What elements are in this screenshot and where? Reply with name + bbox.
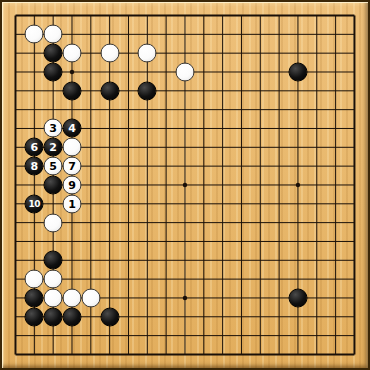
stone-layer: 34628579101 <box>16 16 370 370</box>
move-number-5: 5 <box>49 161 57 172</box>
stone-white-3-7: 3 <box>44 119 63 138</box>
stone-black-3-8: 2 <box>44 138 63 157</box>
stone-white-3-9: 5 <box>44 157 63 176</box>
stone-white-5-16 <box>81 288 100 307</box>
stone-black-3-17 <box>44 307 63 326</box>
stone-black-4-5 <box>62 81 81 100</box>
stone-white-4-16 <box>62 288 81 307</box>
stone-black-2-8: 6 <box>25 138 44 157</box>
stone-white-3-12 <box>44 213 63 232</box>
stone-white-4-8 <box>62 138 81 157</box>
move-number-7: 7 <box>68 161 76 172</box>
stone-black-2-16 <box>25 288 44 307</box>
move-number-4: 4 <box>68 123 76 134</box>
stone-black-6-5 <box>100 81 119 100</box>
stone-black-16-4 <box>288 62 307 81</box>
stone-white-8-3 <box>138 44 157 63</box>
stone-black-3-4 <box>44 62 63 81</box>
stone-black-3-10 <box>44 175 63 194</box>
stone-white-4-10: 9 <box>62 175 81 194</box>
stone-black-2-11: 10 <box>25 194 44 213</box>
move-number-2: 2 <box>49 142 57 153</box>
move-number-1: 1 <box>68 198 76 209</box>
stone-black-16-16 <box>288 288 307 307</box>
stone-black-6-17 <box>100 307 119 326</box>
stone-white-3-16 <box>44 288 63 307</box>
stone-black-3-14 <box>44 251 63 270</box>
stone-black-8-5 <box>138 81 157 100</box>
stone-white-6-3 <box>100 44 119 63</box>
stone-white-4-3 <box>62 44 81 63</box>
move-number-6: 6 <box>31 142 39 153</box>
stone-black-2-17 <box>25 307 44 326</box>
stone-black-3-3 <box>44 44 63 63</box>
stone-black-4-7: 4 <box>62 119 81 138</box>
stone-white-3-15 <box>44 270 63 289</box>
stone-white-10-4 <box>175 62 194 81</box>
move-number-9: 9 <box>68 179 76 190</box>
move-number-8: 8 <box>31 161 39 172</box>
stone-black-2-9: 8 <box>25 157 44 176</box>
stone-white-4-11: 1 <box>62 194 81 213</box>
stone-white-2-15 <box>25 270 44 289</box>
stone-white-4-9: 7 <box>62 157 81 176</box>
stone-black-4-17 <box>62 307 81 326</box>
go-board[interactable]: 34628579101 <box>0 0 370 370</box>
move-number-10: 10 <box>29 199 41 208</box>
move-number-3: 3 <box>49 123 57 134</box>
stone-white-2-2 <box>25 25 44 44</box>
stone-white-3-2 <box>44 25 63 44</box>
